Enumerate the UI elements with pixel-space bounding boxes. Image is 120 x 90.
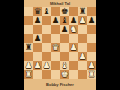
square-e1[interactable]: ♚: [60, 70, 69, 79]
square-b5[interactable]: ♟: [33, 34, 42, 43]
square-c1[interactable]: [42, 70, 51, 79]
square-d6[interactable]: [51, 25, 60, 34]
square-d8[interactable]: [51, 7, 60, 16]
square-g1[interactable]: [78, 70, 87, 79]
black-bishop-piece: ♝: [60, 16, 69, 25]
square-h5[interactable]: [87, 34, 96, 43]
square-f6[interactable]: ♞: [69, 25, 78, 34]
black-bishop-piece: ♝: [42, 7, 51, 16]
square-f4[interactable]: ♟: [69, 43, 78, 52]
square-d2[interactable]: [51, 61, 60, 70]
square-c3[interactable]: [42, 52, 51, 61]
square-e4[interactable]: [60, 43, 69, 52]
pillarbox-left: [0, 0, 24, 90]
square-a2[interactable]: ♟: [24, 61, 33, 70]
white-pawn-piece: ♟: [78, 52, 87, 61]
square-b2[interactable]: ♟: [33, 61, 42, 70]
square-f1[interactable]: [69, 70, 78, 79]
square-g4[interactable]: [78, 43, 87, 52]
square-a8[interactable]: [24, 7, 33, 16]
square-a6[interactable]: [24, 25, 33, 34]
square-h8[interactable]: [87, 7, 96, 16]
black-pawn-piece: ♟: [33, 16, 42, 25]
black-pawn-piece: ♟: [69, 16, 78, 25]
chess-board: ♛♝♚♜♟♟♝♟♟♟♟♞♟♜♛♟♟♟♟♟♝♟♜♚♜: [24, 7, 96, 79]
square-c7[interactable]: [42, 16, 51, 25]
white-queen-piece: ♛: [51, 43, 60, 52]
square-a5[interactable]: [24, 34, 33, 43]
square-c5[interactable]: [42, 34, 51, 43]
white-rook-piece: ♜: [24, 70, 33, 79]
square-g2[interactable]: [78, 61, 87, 70]
square-b8[interactable]: ♛: [33, 7, 42, 16]
white-pawn-piece: ♟: [24, 61, 33, 70]
square-g7[interactable]: ♟: [78, 16, 87, 25]
square-f3[interactable]: [69, 52, 78, 61]
white-king-piece: ♚: [60, 70, 69, 79]
square-h1[interactable]: ♜: [87, 70, 96, 79]
white-pawn-piece: ♟: [87, 61, 96, 70]
square-h2[interactable]: ♟: [87, 61, 96, 70]
square-d5[interactable]: [51, 34, 60, 43]
square-f8[interactable]: [69, 7, 78, 16]
square-e2[interactable]: ♝: [60, 61, 69, 70]
square-f5[interactable]: [69, 34, 78, 43]
black-pawn-piece: ♟: [51, 16, 60, 25]
black-pawn-piece: ♟: [87, 16, 96, 25]
white-pawn-piece: ♟: [78, 16, 87, 25]
square-b6[interactable]: [33, 25, 42, 34]
square-e3[interactable]: [60, 52, 69, 61]
square-g5[interactable]: [78, 34, 87, 43]
white-pawn-piece: ♟: [69, 43, 78, 52]
square-b3[interactable]: [33, 52, 42, 61]
square-d4[interactable]: ♛: [51, 43, 60, 52]
square-b1[interactable]: [33, 70, 42, 79]
white-bishop-piece: ♝: [60, 61, 69, 70]
square-b4[interactable]: [33, 43, 42, 52]
player-name-bottom: Bobby Fischer: [24, 79, 96, 90]
square-e8[interactable]: ♚: [60, 7, 69, 16]
square-g3[interactable]: ♟: [78, 52, 87, 61]
square-h4[interactable]: [87, 43, 96, 52]
square-g8[interactable]: ♜: [78, 7, 87, 16]
square-h3[interactable]: [87, 52, 96, 61]
white-pawn-piece: ♟: [33, 61, 42, 70]
square-d3[interactable]: [51, 52, 60, 61]
square-c2[interactable]: ♟: [42, 61, 51, 70]
black-rook-piece: ♜: [24, 43, 33, 52]
square-h6[interactable]: [87, 25, 96, 34]
content-column: Mikhail Tal ♛♝♚♜♟♟♝♟♟♟♟♞♟♜♛♟♟♟♟♟♝♟♜♚♜ Bo…: [24, 0, 96, 90]
square-g6[interactable]: [78, 25, 87, 34]
white-pawn-piece: ♟: [42, 61, 51, 70]
square-c4[interactable]: [42, 43, 51, 52]
black-pawn-piece: ♟: [33, 34, 42, 43]
square-c8[interactable]: ♝: [42, 7, 51, 16]
square-f7[interactable]: ♟: [69, 16, 78, 25]
square-h7[interactable]: ♟: [87, 16, 96, 25]
white-rook-piece: ♜: [87, 70, 96, 79]
square-d1[interactable]: [51, 70, 60, 79]
black-queen-piece: ♛: [33, 7, 42, 16]
square-f2[interactable]: [69, 61, 78, 70]
square-a7[interactable]: [24, 16, 33, 25]
square-e6[interactable]: ♟: [60, 25, 69, 34]
square-a4[interactable]: ♜: [24, 43, 33, 52]
square-e7[interactable]: ♝: [60, 16, 69, 25]
square-a3[interactable]: [24, 52, 33, 61]
black-king-piece: ♚: [60, 7, 69, 16]
square-a1[interactable]: ♜: [24, 70, 33, 79]
video-frame: Mikhail Tal ♛♝♚♜♟♟♝♟♟♟♟♞♟♜♛♟♟♟♟♟♝♟♜♚♜ Bo…: [0, 0, 120, 90]
square-b7[interactable]: ♟: [33, 16, 42, 25]
square-d7[interactable]: ♟: [51, 16, 60, 25]
square-e5[interactable]: [60, 34, 69, 43]
square-c6[interactable]: [42, 25, 51, 34]
black-pawn-piece: ♟: [60, 25, 69, 34]
white-knight-piece: ♞: [69, 25, 78, 34]
black-rook-piece: ♜: [78, 7, 87, 16]
pillarbox-right: [96, 0, 120, 90]
player-name-top: Mikhail Tal: [24, 0, 96, 7]
